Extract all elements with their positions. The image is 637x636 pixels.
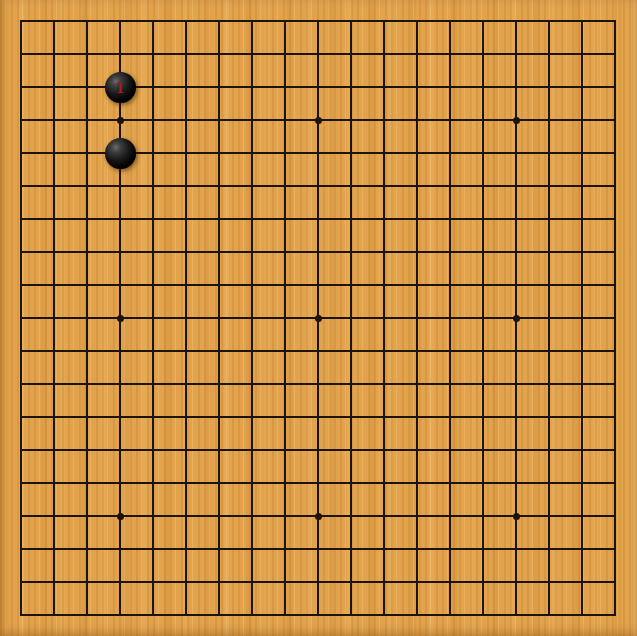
board-intersection[interactable] xyxy=(368,335,401,368)
board-intersection[interactable] xyxy=(599,137,632,170)
board-intersection[interactable] xyxy=(38,368,71,401)
board-intersection[interactable] xyxy=(335,236,368,269)
board-intersection[interactable] xyxy=(599,236,632,269)
board-intersection[interactable] xyxy=(236,5,269,38)
board-intersection[interactable] xyxy=(104,236,137,269)
board-intersection[interactable] xyxy=(335,401,368,434)
board-intersection[interactable] xyxy=(302,203,335,236)
board-intersection[interactable] xyxy=(599,599,632,632)
board-intersection[interactable] xyxy=(170,236,203,269)
board-intersection[interactable] xyxy=(368,401,401,434)
board-intersection[interactable] xyxy=(38,533,71,566)
board-intersection[interactable] xyxy=(5,269,38,302)
board-intersection[interactable] xyxy=(368,236,401,269)
board-intersection[interactable] xyxy=(302,368,335,401)
board-intersection[interactable] xyxy=(566,269,599,302)
board-intersection[interactable] xyxy=(335,38,368,71)
board-intersection[interactable] xyxy=(467,434,500,467)
board-intersection[interactable] xyxy=(566,38,599,71)
board-intersection[interactable] xyxy=(302,335,335,368)
board-intersection[interactable] xyxy=(137,368,170,401)
board-intersection[interactable] xyxy=(434,236,467,269)
board-intersection[interactable] xyxy=(71,434,104,467)
board-intersection[interactable] xyxy=(137,500,170,533)
board-intersection[interactable] xyxy=(5,236,38,269)
board-intersection[interactable] xyxy=(5,38,38,71)
board-intersection[interactable] xyxy=(38,401,71,434)
board-intersection[interactable] xyxy=(467,533,500,566)
board-intersection[interactable] xyxy=(269,203,302,236)
board-intersection[interactable] xyxy=(434,269,467,302)
board-intersection[interactable] xyxy=(203,434,236,467)
board-intersection[interactable] xyxy=(566,137,599,170)
board-intersection[interactable] xyxy=(38,137,71,170)
board-intersection[interactable] xyxy=(170,335,203,368)
board-intersection[interactable] xyxy=(401,500,434,533)
board-intersection[interactable] xyxy=(137,203,170,236)
board-intersection[interactable] xyxy=(599,335,632,368)
board-intersection[interactable] xyxy=(137,71,170,104)
board-intersection[interactable] xyxy=(71,269,104,302)
board-intersection[interactable] xyxy=(599,170,632,203)
board-intersection[interactable] xyxy=(236,71,269,104)
board-intersection[interactable] xyxy=(302,236,335,269)
board-intersection[interactable] xyxy=(500,566,533,599)
board-intersection[interactable] xyxy=(38,236,71,269)
board-intersection[interactable] xyxy=(533,533,566,566)
board-intersection[interactable] xyxy=(335,104,368,137)
board-intersection[interactable] xyxy=(38,170,71,203)
board-intersection[interactable] xyxy=(104,533,137,566)
board-intersection[interactable] xyxy=(401,335,434,368)
board-intersection[interactable] xyxy=(335,467,368,500)
board-intersection[interactable] xyxy=(500,533,533,566)
board-intersection[interactable] xyxy=(467,401,500,434)
board-intersection[interactable] xyxy=(5,434,38,467)
board-intersection[interactable] xyxy=(137,137,170,170)
board-intersection[interactable] xyxy=(5,5,38,38)
board-intersection[interactable] xyxy=(71,335,104,368)
board-intersection[interactable] xyxy=(566,170,599,203)
board-intersection[interactable] xyxy=(236,203,269,236)
board-intersection[interactable] xyxy=(71,401,104,434)
board-intersection[interactable] xyxy=(269,104,302,137)
board-intersection[interactable] xyxy=(137,170,170,203)
board-intersection[interactable] xyxy=(599,5,632,38)
board-intersection[interactable] xyxy=(566,71,599,104)
board-intersection[interactable] xyxy=(401,269,434,302)
board-intersection[interactable] xyxy=(467,467,500,500)
board-intersection[interactable] xyxy=(170,170,203,203)
board-intersection[interactable] xyxy=(71,467,104,500)
board-intersection[interactable] xyxy=(38,434,71,467)
board-intersection[interactable] xyxy=(5,335,38,368)
board-intersection[interactable] xyxy=(467,335,500,368)
board-intersection[interactable] xyxy=(269,533,302,566)
board-intersection[interactable] xyxy=(269,71,302,104)
board-intersection[interactable] xyxy=(302,401,335,434)
board-intersection[interactable] xyxy=(236,236,269,269)
board-intersection[interactable] xyxy=(335,5,368,38)
board-intersection[interactable] xyxy=(170,203,203,236)
black-stone[interactable] xyxy=(105,138,136,169)
board-intersection[interactable] xyxy=(500,335,533,368)
board-intersection[interactable] xyxy=(335,71,368,104)
board-intersection[interactable] xyxy=(71,533,104,566)
board-intersection[interactable] xyxy=(368,599,401,632)
board-intersection[interactable] xyxy=(434,401,467,434)
board-intersection[interactable] xyxy=(104,599,137,632)
board-intersection[interactable] xyxy=(269,170,302,203)
board-intersection[interactable] xyxy=(500,302,533,335)
board-intersection[interactable] xyxy=(533,302,566,335)
board-intersection[interactable] xyxy=(137,401,170,434)
board-intersection[interactable] xyxy=(203,71,236,104)
board-intersection[interactable] xyxy=(269,236,302,269)
board-intersection[interactable] xyxy=(533,71,566,104)
board-intersection[interactable] xyxy=(566,368,599,401)
board-intersection[interactable] xyxy=(170,5,203,38)
board-intersection[interactable] xyxy=(203,401,236,434)
board-intersection[interactable] xyxy=(434,434,467,467)
board-intersection[interactable] xyxy=(269,401,302,434)
board-intersection[interactable] xyxy=(236,368,269,401)
board-intersection[interactable] xyxy=(137,335,170,368)
board-intersection[interactable] xyxy=(566,302,599,335)
board-intersection[interactable] xyxy=(533,467,566,500)
board-intersection[interactable] xyxy=(269,335,302,368)
board-intersection[interactable] xyxy=(170,368,203,401)
board-intersection[interactable] xyxy=(401,5,434,38)
board-intersection[interactable] xyxy=(137,5,170,38)
board-intersection[interactable] xyxy=(434,368,467,401)
board-intersection[interactable] xyxy=(104,401,137,434)
board-intersection[interactable] xyxy=(71,38,104,71)
board-intersection[interactable] xyxy=(533,5,566,38)
board-intersection[interactable] xyxy=(38,500,71,533)
board-intersection[interactable] xyxy=(335,368,368,401)
board-intersection[interactable] xyxy=(170,533,203,566)
board-intersection[interactable] xyxy=(566,104,599,137)
board-intersection[interactable] xyxy=(434,467,467,500)
board-intersection[interactable] xyxy=(302,5,335,38)
board-intersection[interactable] xyxy=(71,203,104,236)
board-intersection[interactable] xyxy=(203,533,236,566)
board-intersection[interactable] xyxy=(236,401,269,434)
board-intersection[interactable] xyxy=(38,5,71,38)
board-intersection[interactable] xyxy=(434,203,467,236)
board-intersection[interactable] xyxy=(5,401,38,434)
board-intersection[interactable] xyxy=(368,5,401,38)
board-intersection[interactable] xyxy=(599,467,632,500)
board-intersection[interactable] xyxy=(104,5,137,38)
board-intersection[interactable] xyxy=(104,269,137,302)
board-intersection[interactable] xyxy=(269,500,302,533)
board-intersection[interactable] xyxy=(401,533,434,566)
board-intersection[interactable] xyxy=(236,500,269,533)
board-intersection[interactable] xyxy=(599,401,632,434)
board-intersection[interactable] xyxy=(599,104,632,137)
board-intersection[interactable] xyxy=(401,401,434,434)
board-intersection[interactable] xyxy=(137,467,170,500)
board-intersection[interactable] xyxy=(104,335,137,368)
board-intersection[interactable] xyxy=(203,566,236,599)
board-intersection[interactable] xyxy=(434,599,467,632)
board-intersection[interactable] xyxy=(533,434,566,467)
board-intersection[interactable] xyxy=(368,533,401,566)
board-intersection[interactable] xyxy=(302,599,335,632)
board-intersection[interactable] xyxy=(401,104,434,137)
board-intersection[interactable] xyxy=(500,203,533,236)
board-intersection[interactable] xyxy=(203,104,236,137)
board-intersection[interactable] xyxy=(104,170,137,203)
board-intersection[interactable] xyxy=(401,368,434,401)
board-intersection[interactable] xyxy=(599,368,632,401)
board-intersection[interactable] xyxy=(599,38,632,71)
board-intersection[interactable] xyxy=(302,500,335,533)
board-intersection[interactable] xyxy=(434,71,467,104)
board-intersection[interactable] xyxy=(137,533,170,566)
board-intersection[interactable] xyxy=(236,302,269,335)
board-intersection[interactable] xyxy=(38,566,71,599)
board-intersection[interactable] xyxy=(335,170,368,203)
board-intersection[interactable] xyxy=(71,137,104,170)
board-intersection[interactable] xyxy=(566,5,599,38)
board-intersection[interactable] xyxy=(368,71,401,104)
board-intersection[interactable] xyxy=(566,236,599,269)
board-intersection[interactable] xyxy=(467,269,500,302)
board-intersection[interactable] xyxy=(203,137,236,170)
board-intersection[interactable] xyxy=(38,302,71,335)
board-intersection[interactable] xyxy=(500,467,533,500)
board-intersection[interactable] xyxy=(104,368,137,401)
board-intersection[interactable] xyxy=(401,302,434,335)
board-intersection[interactable] xyxy=(203,500,236,533)
board-intersection[interactable] xyxy=(302,71,335,104)
board-intersection[interactable] xyxy=(203,5,236,38)
board-intersection[interactable] xyxy=(500,38,533,71)
board-intersection[interactable] xyxy=(38,71,71,104)
board-intersection[interactable] xyxy=(566,401,599,434)
board-intersection[interactable] xyxy=(236,599,269,632)
board-intersection[interactable] xyxy=(269,302,302,335)
board-intersection[interactable] xyxy=(467,38,500,71)
board-intersection[interactable] xyxy=(5,137,38,170)
board-intersection[interactable] xyxy=(38,104,71,137)
board-intersection[interactable] xyxy=(104,434,137,467)
board-intersection[interactable] xyxy=(236,269,269,302)
board-intersection[interactable] xyxy=(533,170,566,203)
board-intersection[interactable] xyxy=(137,302,170,335)
board-intersection[interactable] xyxy=(401,38,434,71)
board-intersection[interactable] xyxy=(203,599,236,632)
board-intersection[interactable] xyxy=(533,236,566,269)
board-intersection[interactable] xyxy=(467,368,500,401)
board-intersection[interactable] xyxy=(434,500,467,533)
board-intersection[interactable] xyxy=(71,302,104,335)
board-intersection[interactable] xyxy=(137,434,170,467)
board-intersection[interactable] xyxy=(500,401,533,434)
board-intersection[interactable] xyxy=(500,170,533,203)
board-intersection[interactable] xyxy=(401,203,434,236)
board-intersection[interactable] xyxy=(170,137,203,170)
board-intersection[interactable] xyxy=(5,500,38,533)
board-intersection[interactable] xyxy=(467,566,500,599)
board-intersection[interactable] xyxy=(335,269,368,302)
board-intersection[interactable] xyxy=(104,566,137,599)
board-intersection[interactable] xyxy=(401,599,434,632)
board-intersection[interactable] xyxy=(566,533,599,566)
board-intersection[interactable] xyxy=(434,5,467,38)
board-intersection[interactable] xyxy=(368,269,401,302)
board-intersection[interactable] xyxy=(170,467,203,500)
board-intersection[interactable] xyxy=(302,269,335,302)
board-intersection[interactable] xyxy=(38,335,71,368)
board-intersection[interactable] xyxy=(302,170,335,203)
board-intersection[interactable] xyxy=(467,500,500,533)
board-intersection[interactable] xyxy=(236,335,269,368)
board-intersection[interactable] xyxy=(302,38,335,71)
board-intersection[interactable] xyxy=(302,533,335,566)
board-intersection[interactable] xyxy=(170,71,203,104)
board-intersection[interactable] xyxy=(203,38,236,71)
board-intersection[interactable] xyxy=(467,599,500,632)
board-intersection[interactable] xyxy=(71,566,104,599)
board-intersection[interactable] xyxy=(71,71,104,104)
board-intersection[interactable] xyxy=(269,599,302,632)
board-intersection[interactable] xyxy=(170,401,203,434)
board-intersection[interactable] xyxy=(236,434,269,467)
board-intersection[interactable] xyxy=(533,38,566,71)
board-intersection[interactable] xyxy=(401,467,434,500)
board-intersection[interactable] xyxy=(236,533,269,566)
board-intersection[interactable] xyxy=(71,368,104,401)
board-intersection[interactable] xyxy=(269,434,302,467)
board-intersection[interactable] xyxy=(368,467,401,500)
board-intersection[interactable] xyxy=(566,467,599,500)
board-intersection[interactable] xyxy=(368,368,401,401)
board-intersection[interactable] xyxy=(38,467,71,500)
board-intersection[interactable] xyxy=(566,335,599,368)
board-intersection[interactable] xyxy=(368,566,401,599)
board-intersection[interactable] xyxy=(500,236,533,269)
board-intersection[interactable] xyxy=(335,599,368,632)
board-intersection[interactable] xyxy=(170,38,203,71)
board-intersection[interactable] xyxy=(467,203,500,236)
board-intersection[interactable] xyxy=(170,599,203,632)
board-intersection[interactable] xyxy=(566,500,599,533)
board-intersection[interactable] xyxy=(467,236,500,269)
board-intersection[interactable] xyxy=(236,104,269,137)
board-intersection[interactable] xyxy=(335,137,368,170)
board-intersection[interactable] xyxy=(38,269,71,302)
board-intersection[interactable] xyxy=(401,137,434,170)
board-intersection[interactable] xyxy=(368,500,401,533)
board-intersection[interactable] xyxy=(5,170,38,203)
board-intersection[interactable] xyxy=(467,71,500,104)
black-stone[interactable]: 1 xyxy=(105,72,136,103)
board-intersection[interactable] xyxy=(104,467,137,500)
board-intersection[interactable] xyxy=(533,500,566,533)
board-intersection[interactable] xyxy=(335,434,368,467)
board-intersection[interactable] xyxy=(500,500,533,533)
board-intersection[interactable] xyxy=(269,38,302,71)
board-intersection[interactable] xyxy=(599,71,632,104)
board-intersection[interactable] xyxy=(5,203,38,236)
board-intersection[interactable] xyxy=(302,467,335,500)
board-intersection[interactable] xyxy=(5,302,38,335)
board-intersection[interactable] xyxy=(269,368,302,401)
board-intersection[interactable] xyxy=(269,269,302,302)
board-intersection[interactable] xyxy=(467,302,500,335)
board-intersection[interactable] xyxy=(599,302,632,335)
board-intersection[interactable] xyxy=(269,566,302,599)
board-intersection[interactable] xyxy=(434,137,467,170)
board-intersection[interactable] xyxy=(368,434,401,467)
board-intersection[interactable] xyxy=(137,236,170,269)
board-intersection[interactable] xyxy=(401,236,434,269)
board-intersection[interactable] xyxy=(104,203,137,236)
board-intersection[interactable] xyxy=(533,335,566,368)
board-intersection[interactable] xyxy=(269,137,302,170)
board-intersection[interactable] xyxy=(170,566,203,599)
board-intersection[interactable] xyxy=(335,203,368,236)
board-intersection[interactable] xyxy=(500,368,533,401)
board-intersection[interactable] xyxy=(566,434,599,467)
board-intersection[interactable] xyxy=(368,38,401,71)
board-intersection[interactable] xyxy=(368,137,401,170)
board-intersection[interactable] xyxy=(302,566,335,599)
board-intersection[interactable] xyxy=(203,368,236,401)
board-intersection[interactable] xyxy=(137,269,170,302)
board-intersection[interactable] xyxy=(5,467,38,500)
board-intersection[interactable] xyxy=(335,335,368,368)
board-intersection[interactable] xyxy=(599,269,632,302)
board-intersection[interactable] xyxy=(533,269,566,302)
board-intersection[interactable] xyxy=(401,434,434,467)
board-intersection[interactable] xyxy=(599,566,632,599)
board-intersection[interactable] xyxy=(5,104,38,137)
board-intersection[interactable] xyxy=(203,335,236,368)
board-intersection[interactable] xyxy=(236,566,269,599)
board-intersection[interactable] xyxy=(137,104,170,137)
board-intersection[interactable] xyxy=(71,104,104,137)
board-intersection[interactable] xyxy=(500,269,533,302)
board-intersection[interactable] xyxy=(170,500,203,533)
board-intersection[interactable] xyxy=(71,170,104,203)
board-intersection[interactable] xyxy=(335,533,368,566)
board-intersection[interactable] xyxy=(401,71,434,104)
board-intersection[interactable] xyxy=(533,203,566,236)
board-intersection[interactable] xyxy=(269,467,302,500)
board-intersection[interactable] xyxy=(5,599,38,632)
board-intersection[interactable] xyxy=(236,170,269,203)
board-intersection[interactable] xyxy=(38,38,71,71)
board-intersection[interactable] xyxy=(368,104,401,137)
board-intersection[interactable] xyxy=(236,38,269,71)
board-intersection[interactable] xyxy=(500,5,533,38)
board-intersection[interactable] xyxy=(500,71,533,104)
board-intersection[interactable] xyxy=(335,302,368,335)
board-intersection[interactable] xyxy=(236,467,269,500)
board-intersection[interactable] xyxy=(170,104,203,137)
board-intersection[interactable] xyxy=(302,434,335,467)
board-intersection[interactable] xyxy=(566,566,599,599)
board-intersection[interactable] xyxy=(434,38,467,71)
board-intersection[interactable] xyxy=(71,236,104,269)
board-intersection[interactable] xyxy=(500,137,533,170)
board-intersection[interactable] xyxy=(137,566,170,599)
